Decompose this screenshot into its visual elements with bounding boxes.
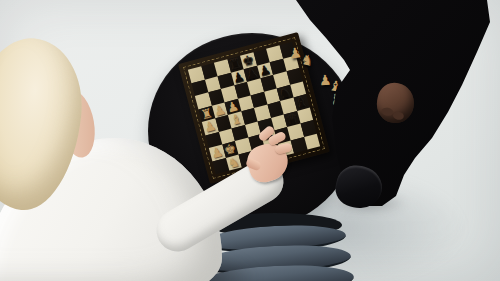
captured-white-knight[interactable]: ♞ xyxy=(299,52,315,69)
photo-scene: ♜♚♟♟♟♜♟♟♞♟♝♝♛♟♚♞ ♟♞♟♝♟ ♟ xyxy=(0,0,500,281)
knuckle xyxy=(392,111,404,121)
